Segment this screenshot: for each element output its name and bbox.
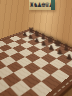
board-grid: ♟♜♟♞♟♝♟♛♟♚♟♝♟♞♟♜: [0, 31, 72, 96]
box-front-art: ♜♞♟♚♛♟♞: [29, 0, 51, 10]
chess-piece: ♟: [65, 54, 72, 61]
chess-piece: ♚: [53, 39, 61, 48]
board-square: [32, 58, 49, 68]
chess-piece: ♟: [40, 41, 46, 47]
board-square: ♟: [40, 46, 54, 54]
chess-piece: ♟: [22, 32, 27, 37]
board-square: ♟: [48, 50, 63, 59]
chess-set-box: ♜♞♟♚♛♟♞: [29, 0, 55, 10]
board-frame: ♟♜♟♞♟♝♟♛♟♚♟♝♟♞♟♜: [0, 29, 72, 96]
chess-piece: ♟: [56, 49, 62, 56]
chess-piece: ♝: [61, 43, 69, 52]
chess-piece: ♟: [48, 45, 54, 52]
chess-piece: ♟: [28, 35, 33, 41]
chess-board: ♟♜♟♞♟♝♟♛♟♚♟♝♟♞♟♜: [0, 29, 72, 96]
chess-piece: ♟: [34, 38, 39, 44]
box-art-piece-silhouettes: ♜♞♟♚♛♟♞: [29, 0, 51, 9]
box-side-panel: [51, 0, 55, 10]
